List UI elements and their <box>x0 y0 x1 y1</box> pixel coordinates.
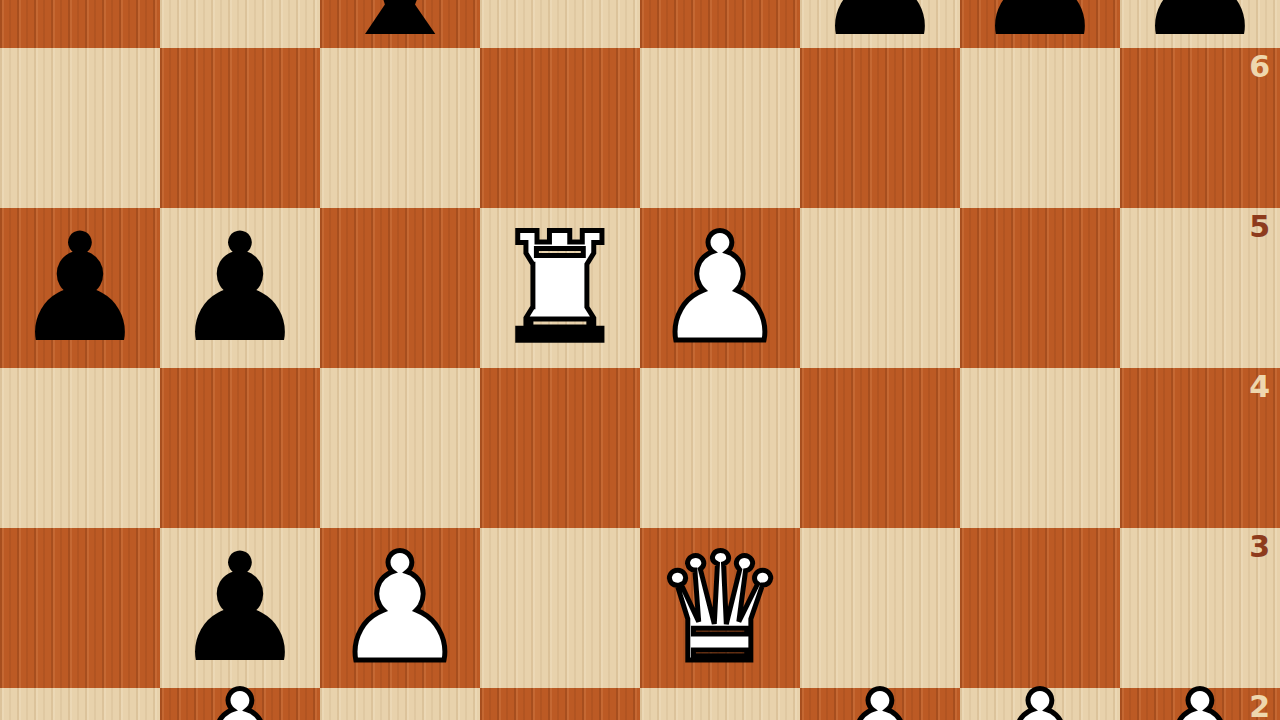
white-pawn[interactable]: ♟ <box>800 666 960 720</box>
rank-label-3: 3 <box>1230 532 1270 562</box>
rank-label-5: 5 <box>1230 212 1270 242</box>
white-pawn[interactable]: ♟ <box>960 666 1120 720</box>
square-d4[interactable] <box>480 368 640 528</box>
rank-label-2: 2 <box>1230 692 1270 720</box>
white-rook[interactable]: ♜ <box>480 208 640 368</box>
white-pawn[interactable]: ♟ <box>160 666 320 720</box>
rank-label-4: 4 <box>1230 372 1270 402</box>
square-g4[interactable] <box>960 368 1120 528</box>
square-b4[interactable] <box>160 368 320 528</box>
square-c4[interactable] <box>320 368 480 528</box>
square-c5[interactable] <box>320 208 480 368</box>
black-pawn[interactable]: ♟ <box>800 0 960 62</box>
rank-label-6: 6 <box>1230 52 1270 82</box>
square-g6[interactable] <box>960 48 1120 208</box>
square-f6[interactable] <box>800 48 960 208</box>
white-queen[interactable]: ♛ <box>640 528 800 688</box>
black-pawn[interactable]: ♟ <box>960 0 1120 62</box>
square-d2[interactable] <box>480 688 640 720</box>
white-pawn[interactable]: ♟ <box>320 528 480 688</box>
square-f4[interactable] <box>800 368 960 528</box>
square-a7[interactable] <box>0 0 160 48</box>
square-g5[interactable] <box>960 208 1120 368</box>
chess-board: ♝♟♟♟♟♟♜♟♟♟♛♟♟♟♟65432 <box>0 0 1280 720</box>
square-d7[interactable] <box>480 0 640 48</box>
square-b7[interactable] <box>160 0 320 48</box>
square-a6[interactable] <box>0 48 160 208</box>
square-c6[interactable] <box>320 48 480 208</box>
white-pawn[interactable]: ♟ <box>640 208 800 368</box>
square-e6[interactable] <box>640 48 800 208</box>
square-a4[interactable] <box>0 368 160 528</box>
square-d3[interactable] <box>480 528 640 688</box>
square-a3[interactable] <box>0 528 160 688</box>
black-bishop[interactable]: ♝ <box>320 0 480 62</box>
square-b6[interactable] <box>160 48 320 208</box>
square-f5[interactable] <box>800 208 960 368</box>
square-a2[interactable] <box>0 688 160 720</box>
black-pawn[interactable]: ♟ <box>160 208 320 368</box>
square-e4[interactable] <box>640 368 800 528</box>
game-viewport: ♝♟♟♟♟♟♜♟♟♟♛♟♟♟♟65432 <box>0 0 1280 720</box>
black-pawn[interactable]: ♟ <box>0 208 160 368</box>
square-d6[interactable] <box>480 48 640 208</box>
square-e7[interactable] <box>640 0 800 48</box>
